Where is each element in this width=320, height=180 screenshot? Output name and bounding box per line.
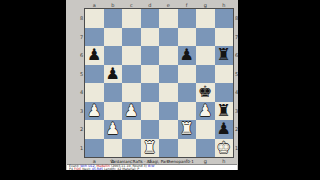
chess-board: ♟♟♜♟♚♟♟♟♜♟♜♟♜♚ <box>84 8 234 158</box>
caption-segment: 45.Rd5 <box>92 167 103 171</box>
square-d2 <box>141 120 160 139</box>
square-f7 <box>178 28 197 47</box>
square-b4 <box>104 83 123 102</box>
square-d7 <box>141 28 160 47</box>
stats-line: P4 FIDE Next: 45.Rd5 Length: 42 Material… <box>69 168 237 171</box>
square-e2 <box>159 120 178 139</box>
square-b3 <box>104 102 123 121</box>
square-h2: ♟ <box>215 120 234 139</box>
video-frame: abcdefgh 87654321 87654321 abcdefgh ♟♟♜♟… <box>0 0 320 180</box>
square-d3 <box>141 102 160 121</box>
rank-labels-right: 87654321 <box>234 9 239 157</box>
square-g2 <box>196 120 215 139</box>
square-e8 <box>159 9 178 28</box>
game-info-box: Event: Wch U12, Medellin (2003.11.10, Ro… <box>67 164 237 171</box>
square-d1: ♜ <box>141 139 160 158</box>
square-a4 <box>85 83 104 102</box>
caption-segment: Material: P <box>121 167 139 171</box>
square-h3: ♜ <box>215 102 234 121</box>
square-a2 <box>85 120 104 139</box>
square-h1: ♚ <box>215 139 234 158</box>
square-b8 <box>104 9 123 28</box>
square-e1 <box>159 139 178 158</box>
square-h8 <box>215 9 234 28</box>
square-c4 <box>122 83 141 102</box>
piece-black-rook: ♜ <box>217 46 231 64</box>
square-f6: ♟ <box>178 46 197 65</box>
square-f1 <box>178 139 197 158</box>
square-g7 <box>196 28 215 47</box>
rank-label-1: 1 <box>234 139 239 158</box>
square-a7 <box>85 28 104 47</box>
square-e5 <box>159 65 178 84</box>
square-g6 <box>196 46 215 65</box>
piece-black-pawn: ♟ <box>217 120 231 138</box>
square-d5 <box>141 65 160 84</box>
square-f8 <box>178 9 197 28</box>
square-a5 <box>85 65 104 84</box>
square-f2: ♜ <box>178 120 197 139</box>
caption-segment: Next: <box>81 167 92 171</box>
square-e4 <box>159 83 178 102</box>
square-h7 <box>215 28 234 47</box>
square-c2 <box>122 120 141 139</box>
piece-white-rook: ♜ <box>180 120 194 138</box>
square-d4 <box>141 83 160 102</box>
square-g5 <box>196 65 215 84</box>
square-c3: ♟ <box>122 102 141 121</box>
square-c1 <box>122 139 141 158</box>
rank-label-3: 3 <box>234 102 239 121</box>
square-f3 <box>178 102 197 121</box>
square-a1 <box>85 139 104 158</box>
rank-label-2: 2 <box>234 120 239 139</box>
piece-white-pawn: ♟ <box>124 102 138 120</box>
square-a6: ♟ <box>85 46 104 65</box>
rank-label-6: 6 <box>234 46 239 65</box>
piece-white-king: ♚ <box>217 139 231 157</box>
square-e3 <box>159 102 178 121</box>
rank-label-5: 5 <box>234 65 239 84</box>
piece-black-pawn: ♟ <box>87 46 101 64</box>
square-e7 <box>159 28 178 47</box>
rank-label-7: 7 <box>234 28 239 47</box>
piece-white-rook: ♜ <box>143 139 157 157</box>
square-g8 <box>196 9 215 28</box>
piece-white-pawn: ♟ <box>106 120 120 138</box>
piece-black-pawn: ♟ <box>180 46 194 64</box>
square-f4 <box>178 83 197 102</box>
caption-segment: Length: 42 <box>103 167 121 171</box>
square-h4 <box>215 83 234 102</box>
square-f5 <box>178 65 197 84</box>
piece-black-rook: ♜ <box>217 102 231 120</box>
piece-black-king: ♚ <box>198 83 212 101</box>
square-b6 <box>104 46 123 65</box>
square-a8 <box>85 9 104 28</box>
piece-white-pawn: ♟ <box>198 102 212 120</box>
square-c7 <box>122 28 141 47</box>
square-d8 <box>141 9 160 28</box>
square-g3: ♟ <box>196 102 215 121</box>
square-e6 <box>159 46 178 65</box>
square-g4: ♚ <box>196 83 215 102</box>
square-h5 <box>215 65 234 84</box>
square-d6 <box>141 46 160 65</box>
square-b5: ♟ <box>104 65 123 84</box>
square-b1 <box>104 139 123 158</box>
rank-label-8: 8 <box>234 9 239 28</box>
square-c6 <box>122 46 141 65</box>
square-c5 <box>122 65 141 84</box>
square-h6: ♜ <box>215 46 234 65</box>
caption-segment: B:W <box>148 164 154 168</box>
square-b2: ♟ <box>104 120 123 139</box>
rank-label-4: 4 <box>234 83 239 102</box>
square-a3: ♟ <box>85 102 104 121</box>
piece-white-pawn: ♟ <box>87 102 101 120</box>
square-c8 <box>122 9 141 28</box>
square-b7 <box>104 28 123 47</box>
square-g1 <box>196 139 215 158</box>
piece-black-pawn: ♟ <box>106 65 120 83</box>
